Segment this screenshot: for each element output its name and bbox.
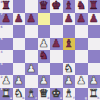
square-f1[interactable]: f♝ bbox=[63, 88, 76, 101]
square-e3[interactable] bbox=[50, 63, 63, 76]
square-d1[interactable]: d♛ bbox=[38, 88, 51, 101]
square-b4[interactable] bbox=[13, 50, 26, 63]
rank-label-3: 3 bbox=[1, 63, 3, 66]
rank-label-4: 4 bbox=[1, 51, 3, 54]
black-pawn: ♟ bbox=[76, 13, 86, 26]
square-b8[interactable] bbox=[13, 0, 26, 13]
square-e5[interactable]: ♟ bbox=[50, 38, 63, 51]
square-h8[interactable]: ♜ bbox=[88, 0, 101, 13]
square-h7[interactable]: ♟ bbox=[88, 13, 101, 26]
square-f2[interactable]: ♟ bbox=[63, 75, 76, 88]
square-e1[interactable]: e♚ bbox=[50, 88, 63, 101]
square-a2[interactable]: 2♟ bbox=[0, 75, 13, 88]
square-c4[interactable] bbox=[25, 50, 38, 63]
black-pawn: ♟ bbox=[64, 13, 74, 26]
square-h5[interactable] bbox=[88, 38, 101, 51]
square-h6[interactable] bbox=[88, 25, 101, 38]
white-pawn: ♟ bbox=[39, 75, 49, 88]
black-knight: ♞ bbox=[39, 50, 49, 63]
square-e4[interactable] bbox=[50, 50, 63, 63]
square-b6[interactable] bbox=[13, 25, 26, 38]
white-bishop: ♝ bbox=[64, 88, 74, 101]
square-a7[interactable]: 7♟ bbox=[0, 13, 13, 26]
rank-label-5: 5 bbox=[1, 38, 3, 41]
square-c7[interactable]: ♟ bbox=[25, 13, 38, 26]
square-c1[interactable]: c♝ bbox=[25, 88, 38, 101]
square-b1[interactable]: b♞ bbox=[13, 88, 26, 101]
white-pawn: ♟ bbox=[76, 75, 86, 88]
square-d2[interactable]: ♟ bbox=[38, 75, 51, 88]
black-pawn: ♟ bbox=[1, 13, 11, 26]
square-f7[interactable]: ♟ bbox=[63, 13, 76, 26]
square-h4[interactable] bbox=[88, 50, 101, 63]
square-g1[interactable]: g bbox=[75, 88, 88, 101]
square-e2[interactable] bbox=[50, 75, 63, 88]
square-b7[interactable]: ♟ bbox=[13, 13, 26, 26]
white-pawn: ♟ bbox=[1, 75, 11, 88]
black-rook: ♜ bbox=[1, 0, 11, 13]
square-g8[interactable]: ♞ bbox=[75, 0, 88, 13]
white-rook: ♜ bbox=[1, 88, 11, 101]
square-c2[interactable] bbox=[25, 75, 38, 88]
square-h1[interactable]: h♜ bbox=[88, 88, 101, 101]
square-a1[interactable]: 1a♜ bbox=[0, 88, 13, 101]
white-pawn: ♟ bbox=[89, 75, 99, 88]
black-pawn: ♟ bbox=[26, 13, 36, 26]
square-e8[interactable]: ♚ bbox=[50, 0, 63, 13]
square-c5[interactable] bbox=[25, 38, 38, 51]
square-f5[interactable]: ♝ bbox=[63, 38, 76, 51]
black-king: ♚ bbox=[51, 0, 61, 13]
black-rook: ♜ bbox=[89, 0, 99, 13]
rank-label-6: 6 bbox=[1, 26, 3, 29]
square-a6[interactable]: 6 bbox=[0, 25, 13, 38]
square-f8[interactable]: ♝ bbox=[63, 0, 76, 13]
square-b5[interactable] bbox=[13, 38, 26, 51]
white-queen: ♛ bbox=[39, 88, 49, 101]
square-d4[interactable]: ♞ bbox=[38, 50, 51, 63]
black-queen: ♛ bbox=[39, 0, 49, 13]
white-king: ♚ bbox=[51, 88, 61, 101]
square-e7[interactable] bbox=[50, 13, 63, 26]
square-a4[interactable]: 4 bbox=[0, 50, 13, 63]
white-rook: ♜ bbox=[89, 88, 99, 101]
square-g2[interactable]: ♟ bbox=[75, 75, 88, 88]
square-d8[interactable]: ♛ bbox=[38, 0, 51, 13]
square-h2[interactable]: ♟ bbox=[88, 75, 101, 88]
white-pawn: ♟ bbox=[14, 75, 24, 88]
white-pawn: ♟ bbox=[26, 63, 36, 76]
white-bishop: ♝ bbox=[26, 88, 36, 101]
square-c3[interactable]: ♟ bbox=[25, 63, 38, 76]
square-f4[interactable] bbox=[63, 50, 76, 63]
square-g7[interactable]: ♟ bbox=[75, 13, 88, 26]
square-g6[interactable] bbox=[75, 25, 88, 38]
chess-board: 8♜♛♚♝♞♜7♟♟♟♟♟♟65♟♟♝4♞3♟♞2♟♟♟♟♟♟1a♜b♞c♝d♛… bbox=[0, 0, 100, 100]
black-bishop: ♝ bbox=[64, 38, 74, 51]
black-bishop: ♝ bbox=[64, 0, 74, 13]
black-pawn: ♟ bbox=[51, 38, 61, 51]
square-e6[interactable] bbox=[50, 25, 63, 38]
square-f6[interactable] bbox=[63, 25, 76, 38]
black-pawn: ♟ bbox=[14, 13, 24, 26]
square-d7[interactable] bbox=[38, 13, 51, 26]
square-g4[interactable] bbox=[75, 50, 88, 63]
white-knight: ♞ bbox=[14, 88, 24, 101]
square-d6[interactable] bbox=[38, 25, 51, 38]
square-g5[interactable] bbox=[75, 38, 88, 51]
square-a8[interactable]: 8♜ bbox=[0, 0, 13, 13]
square-b2[interactable]: ♟ bbox=[13, 75, 26, 88]
square-c6[interactable] bbox=[25, 25, 38, 38]
square-a5[interactable]: 5 bbox=[0, 38, 13, 51]
black-knight: ♞ bbox=[76, 0, 86, 13]
white-pawn: ♟ bbox=[64, 75, 74, 88]
black-pawn: ♟ bbox=[89, 13, 99, 26]
square-c8[interactable] bbox=[25, 0, 38, 13]
